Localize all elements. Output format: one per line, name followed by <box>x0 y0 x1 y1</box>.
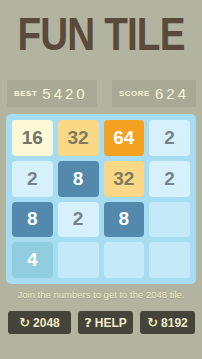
tile-2: 2 <box>12 161 53 197</box>
score-value: 624 <box>155 85 189 102</box>
restart-2048-button[interactable]: ↻ 2048 <box>8 311 71 334</box>
question-icon: ? <box>84 316 92 329</box>
tile-2: 2 <box>149 161 190 197</box>
best-value: 5420 <box>42 85 87 102</box>
tile-16: 16 <box>12 120 53 156</box>
best-label: BEST <box>14 89 37 98</box>
restart-2048-label: 2048 <box>33 316 60 330</box>
restart-icon: ↻ <box>147 316 158 329</box>
help-button[interactable]: ? HELP <box>78 311 133 334</box>
restart-8192-label: 8192 <box>161 316 188 330</box>
tile-2: 2 <box>149 120 190 156</box>
restart-icon: ↻ <box>19 316 30 329</box>
tile-8: 8 <box>58 161 99 197</box>
tile-2: 2 <box>58 202 99 238</box>
current-score-box: SCORE 624 <box>112 80 196 107</box>
empty-cell <box>104 242 145 278</box>
scoreboard: BEST 5420 SCORE 624 <box>0 80 202 107</box>
game-title: FUN TILE <box>16 8 186 60</box>
tile-8: 8 <box>104 202 145 238</box>
button-bar: ↻ 2048 ? HELP ↻ 8192 <box>0 311 202 334</box>
tile-64: 64 <box>104 120 145 156</box>
empty-cell <box>58 242 99 278</box>
best-score-box: BEST 5420 <box>7 80 97 107</box>
board-grid[interactable]: 1632642283228284 <box>6 114 196 284</box>
empty-cell <box>149 202 190 238</box>
tile-8: 8 <box>12 202 53 238</box>
instruction-text: Join the numbers to get to the 2048 tile… <box>0 289 202 300</box>
empty-cell <box>149 242 190 278</box>
help-label: HELP <box>95 316 127 330</box>
app-window: FUN TILE BEST 5420 SCORE 624 16326422832… <box>0 0 202 359</box>
tile-32: 32 <box>58 120 99 156</box>
restart-8192-button[interactable]: ↻ 8192 <box>140 311 195 334</box>
tile-4: 4 <box>12 242 53 278</box>
tile-32: 32 <box>104 161 145 197</box>
score-label: SCORE <box>119 89 150 98</box>
